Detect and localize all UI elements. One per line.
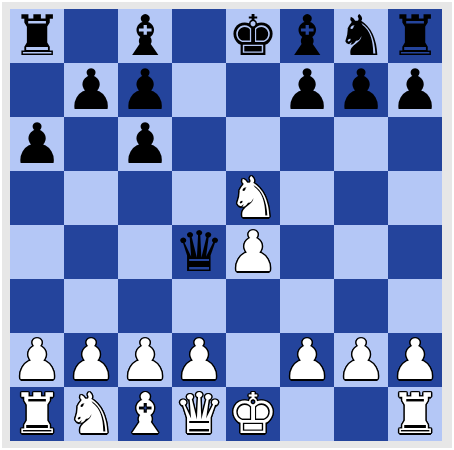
square-b1[interactable]: ♞ — [64, 387, 118, 441]
piece-black-knight[interactable]: ♞ — [334, 9, 388, 63]
square-h1[interactable]: ♜ — [388, 387, 442, 441]
square-h5[interactable] — [388, 171, 442, 225]
square-f1[interactable] — [280, 387, 334, 441]
square-b7[interactable]: ♟ — [64, 63, 118, 117]
square-c7[interactable]: ♟ — [118, 63, 172, 117]
square-c1[interactable]: ♝ — [118, 387, 172, 441]
piece-black-rook[interactable]: ♜ — [10, 9, 64, 63]
square-e3[interactable] — [226, 279, 280, 333]
square-d1[interactable]: ♛ — [172, 387, 226, 441]
piece-white-king[interactable]: ♚ — [226, 387, 280, 441]
square-a7[interactable] — [10, 63, 64, 117]
square-c6[interactable]: ♟ — [118, 117, 172, 171]
square-f3[interactable] — [280, 279, 334, 333]
piece-white-queen[interactable]: ♛ — [172, 387, 226, 441]
piece-black-pawn[interactable]: ♟ — [64, 63, 118, 117]
square-a2[interactable]: ♟ — [10, 333, 64, 387]
piece-black-pawn[interactable]: ♟ — [118, 117, 172, 171]
square-a6[interactable]: ♟ — [10, 117, 64, 171]
piece-white-pawn[interactable]: ♟ — [334, 333, 388, 387]
square-a5[interactable] — [10, 171, 64, 225]
square-h3[interactable] — [388, 279, 442, 333]
piece-white-rook[interactable]: ♜ — [10, 387, 64, 441]
piece-white-pawn[interactable]: ♟ — [172, 333, 226, 387]
piece-white-rook[interactable]: ♜ — [388, 387, 442, 441]
square-c3[interactable] — [118, 279, 172, 333]
piece-black-pawn[interactable]: ♟ — [10, 117, 64, 171]
square-e5[interactable]: ♞ — [226, 171, 280, 225]
square-f4[interactable] — [280, 225, 334, 279]
piece-black-pawn[interactable]: ♟ — [280, 63, 334, 117]
piece-black-pawn[interactable]: ♟ — [118, 63, 172, 117]
square-g8[interactable]: ♞ — [334, 9, 388, 63]
piece-black-pawn[interactable]: ♟ — [388, 63, 442, 117]
square-d5[interactable] — [172, 171, 226, 225]
piece-white-pawn[interactable]: ♟ — [64, 333, 118, 387]
square-g7[interactable]: ♟ — [334, 63, 388, 117]
piece-white-pawn[interactable]: ♟ — [118, 333, 172, 387]
square-d6[interactable] — [172, 117, 226, 171]
square-f8[interactable]: ♝ — [280, 9, 334, 63]
square-c8[interactable]: ♝ — [118, 9, 172, 63]
square-g6[interactable] — [334, 117, 388, 171]
square-d8[interactable] — [172, 9, 226, 63]
piece-white-bishop[interactable]: ♝ — [118, 387, 172, 441]
piece-black-queen[interactable]: ♛ — [172, 225, 226, 279]
piece-black-pawn[interactable]: ♟ — [334, 63, 388, 117]
square-h7[interactable]: ♟ — [388, 63, 442, 117]
square-h6[interactable] — [388, 117, 442, 171]
square-h8[interactable]: ♜ — [388, 9, 442, 63]
square-a1[interactable]: ♜ — [10, 387, 64, 441]
square-e1[interactable]: ♚ — [226, 387, 280, 441]
square-g1[interactable] — [334, 387, 388, 441]
square-b2[interactable]: ♟ — [64, 333, 118, 387]
square-a3[interactable] — [10, 279, 64, 333]
square-d4[interactable]: ♛ — [172, 225, 226, 279]
square-e7[interactable] — [226, 63, 280, 117]
chess-board: ♜♝♚♝♞♜♟♟♟♟♟♟♟♞♛♟♟♟♟♟♟♟♟♜♞♝♛♚♜ — [10, 9, 442, 441]
piece-black-bishop[interactable]: ♝ — [118, 9, 172, 63]
square-e8[interactable]: ♚ — [226, 9, 280, 63]
square-h2[interactable]: ♟ — [388, 333, 442, 387]
square-f2[interactable]: ♟ — [280, 333, 334, 387]
square-f6[interactable] — [280, 117, 334, 171]
piece-white-pawn[interactable]: ♟ — [226, 225, 280, 279]
square-g4[interactable] — [334, 225, 388, 279]
square-g5[interactable] — [334, 171, 388, 225]
square-b6[interactable] — [64, 117, 118, 171]
square-f5[interactable] — [280, 171, 334, 225]
square-g3[interactable] — [334, 279, 388, 333]
square-a4[interactable] — [10, 225, 64, 279]
piece-black-rook[interactable]: ♜ — [388, 9, 442, 63]
piece-white-knight[interactable]: ♞ — [64, 387, 118, 441]
square-d2[interactable]: ♟ — [172, 333, 226, 387]
piece-white-pawn[interactable]: ♟ — [280, 333, 334, 387]
square-f7[interactable]: ♟ — [280, 63, 334, 117]
square-d3[interactable] — [172, 279, 226, 333]
square-b8[interactable] — [64, 9, 118, 63]
square-a8[interactable]: ♜ — [10, 9, 64, 63]
square-d7[interactable] — [172, 63, 226, 117]
piece-black-king[interactable]: ♚ — [226, 9, 280, 63]
piece-white-knight[interactable]: ♞ — [226, 171, 280, 225]
square-c5[interactable] — [118, 171, 172, 225]
square-g2[interactable]: ♟ — [334, 333, 388, 387]
square-b3[interactable] — [64, 279, 118, 333]
piece-black-bishop[interactable]: ♝ — [280, 9, 334, 63]
square-e6[interactable] — [226, 117, 280, 171]
square-c4[interactable] — [118, 225, 172, 279]
square-c2[interactable]: ♟ — [118, 333, 172, 387]
square-e2[interactable] — [226, 333, 280, 387]
square-b4[interactable] — [64, 225, 118, 279]
square-h4[interactable] — [388, 225, 442, 279]
square-e4[interactable]: ♟ — [226, 225, 280, 279]
chess-diagram-frame: ♜♝♚♝♞♜♟♟♟♟♟♟♟♞♛♟♟♟♟♟♟♟♟♜♞♝♛♚♜ — [0, 0, 454, 450]
piece-white-pawn[interactable]: ♟ — [10, 333, 64, 387]
square-b5[interactable] — [64, 171, 118, 225]
piece-white-pawn[interactable]: ♟ — [388, 333, 442, 387]
